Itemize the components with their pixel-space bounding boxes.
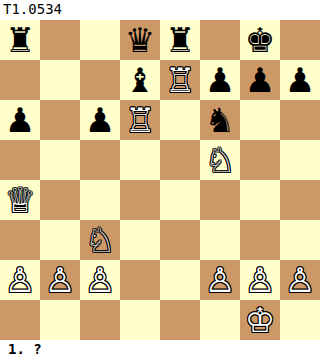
- piece-black-pawn[interactable]: ♟: [285, 60, 315, 100]
- square-d4[interactable]: [120, 180, 160, 220]
- square-h8[interactable]: [280, 20, 320, 60]
- square-f7[interactable]: ♟: [200, 60, 240, 100]
- square-f5[interactable]: ♘: [200, 140, 240, 180]
- chess-puzzle-app: T1.0534 ♜♛♜♚♝♖♟♟♟♟♟♖♞♘♕♘♙♙♙♙♙♙♔ 1. ?: [0, 0, 320, 360]
- piece-black-pawn[interactable]: ♟: [245, 60, 275, 100]
- square-d6[interactable]: ♖: [120, 100, 160, 140]
- square-f8[interactable]: [200, 20, 240, 60]
- square-f4[interactable]: [200, 180, 240, 220]
- square-c2[interactable]: ♙: [80, 260, 120, 300]
- square-h7[interactable]: ♟: [280, 60, 320, 100]
- square-e6[interactable]: [160, 100, 200, 140]
- square-h6[interactable]: [280, 100, 320, 140]
- square-f6[interactable]: ♞: [200, 100, 240, 140]
- square-d3[interactable]: [120, 220, 160, 260]
- square-b5[interactable]: [40, 140, 80, 180]
- piece-black-queen[interactable]: ♛: [125, 20, 155, 60]
- square-g1[interactable]: ♔: [240, 300, 280, 340]
- square-a1[interactable]: [0, 300, 40, 340]
- square-e2[interactable]: [160, 260, 200, 300]
- square-c1[interactable]: [80, 300, 120, 340]
- piece-white-pawn[interactable]: ♙: [285, 260, 315, 300]
- square-g6[interactable]: [240, 100, 280, 140]
- square-f3[interactable]: [200, 220, 240, 260]
- square-e1[interactable]: [160, 300, 200, 340]
- square-b6[interactable]: [40, 100, 80, 140]
- square-e4[interactable]: [160, 180, 200, 220]
- square-a3[interactable]: [0, 220, 40, 260]
- square-d1[interactable]: [120, 300, 160, 340]
- piece-black-rook[interactable]: ♜: [5, 20, 35, 60]
- piece-black-pawn[interactable]: ♟: [5, 100, 35, 140]
- square-c6[interactable]: ♟: [80, 100, 120, 140]
- piece-white-knight[interactable]: ♘: [85, 220, 115, 260]
- puzzle-id: T1.0534: [0, 0, 320, 20]
- square-a7[interactable]: [0, 60, 40, 100]
- chess-board: ♜♛♜♚♝♖♟♟♟♟♟♖♞♘♕♘♙♙♙♙♙♙♔: [0, 20, 320, 340]
- square-a6[interactable]: ♟: [0, 100, 40, 140]
- square-g5[interactable]: [240, 140, 280, 180]
- square-e7[interactable]: ♖: [160, 60, 200, 100]
- square-b7[interactable]: [40, 60, 80, 100]
- square-b3[interactable]: [40, 220, 80, 260]
- square-e3[interactable]: [160, 220, 200, 260]
- square-a4[interactable]: ♕: [0, 180, 40, 220]
- square-g4[interactable]: [240, 180, 280, 220]
- square-g2[interactable]: ♙: [240, 260, 280, 300]
- square-b2[interactable]: ♙: [40, 260, 80, 300]
- piece-black-king[interactable]: ♚: [245, 20, 275, 60]
- square-d2[interactable]: [120, 260, 160, 300]
- square-h2[interactable]: ♙: [280, 260, 320, 300]
- square-b8[interactable]: [40, 20, 80, 60]
- piece-white-pawn[interactable]: ♙: [85, 260, 115, 300]
- square-c3[interactable]: ♘: [80, 220, 120, 260]
- square-g7[interactable]: ♟: [240, 60, 280, 100]
- square-a2[interactable]: ♙: [0, 260, 40, 300]
- square-c4[interactable]: [80, 180, 120, 220]
- square-g8[interactable]: ♚: [240, 20, 280, 60]
- piece-black-pawn[interactable]: ♟: [85, 100, 115, 140]
- square-f2[interactable]: ♙: [200, 260, 240, 300]
- piece-black-knight[interactable]: ♞: [205, 100, 235, 140]
- piece-white-pawn[interactable]: ♙: [205, 260, 235, 300]
- piece-white-pawn[interactable]: ♙: [245, 260, 275, 300]
- piece-white-pawn[interactable]: ♙: [5, 260, 35, 300]
- square-h4[interactable]: [280, 180, 320, 220]
- square-b4[interactable]: [40, 180, 80, 220]
- square-f1[interactable]: [200, 300, 240, 340]
- move-prompt: 1. ?: [0, 340, 320, 360]
- piece-white-knight[interactable]: ♘: [205, 140, 235, 180]
- piece-black-rook[interactable]: ♜: [165, 20, 195, 60]
- square-c7[interactable]: [80, 60, 120, 100]
- piece-black-pawn[interactable]: ♟: [205, 60, 235, 100]
- square-h5[interactable]: [280, 140, 320, 180]
- square-c5[interactable]: [80, 140, 120, 180]
- piece-white-queen[interactable]: ♕: [5, 180, 35, 220]
- square-h1[interactable]: [280, 300, 320, 340]
- square-d5[interactable]: [120, 140, 160, 180]
- square-e8[interactable]: ♜: [160, 20, 200, 60]
- square-b1[interactable]: [40, 300, 80, 340]
- square-c8[interactable]: [80, 20, 120, 60]
- square-e5[interactable]: [160, 140, 200, 180]
- piece-white-rook[interactable]: ♖: [125, 100, 155, 140]
- piece-black-bishop[interactable]: ♝: [125, 60, 155, 100]
- square-h3[interactable]: [280, 220, 320, 260]
- square-d8[interactable]: ♛: [120, 20, 160, 60]
- square-a8[interactable]: ♜: [0, 20, 40, 60]
- square-a5[interactable]: [0, 140, 40, 180]
- piece-white-rook[interactable]: ♖: [165, 60, 195, 100]
- piece-white-king[interactable]: ♔: [245, 300, 275, 340]
- square-d7[interactable]: ♝: [120, 60, 160, 100]
- piece-white-pawn[interactable]: ♙: [45, 260, 75, 300]
- square-g3[interactable]: [240, 220, 280, 260]
